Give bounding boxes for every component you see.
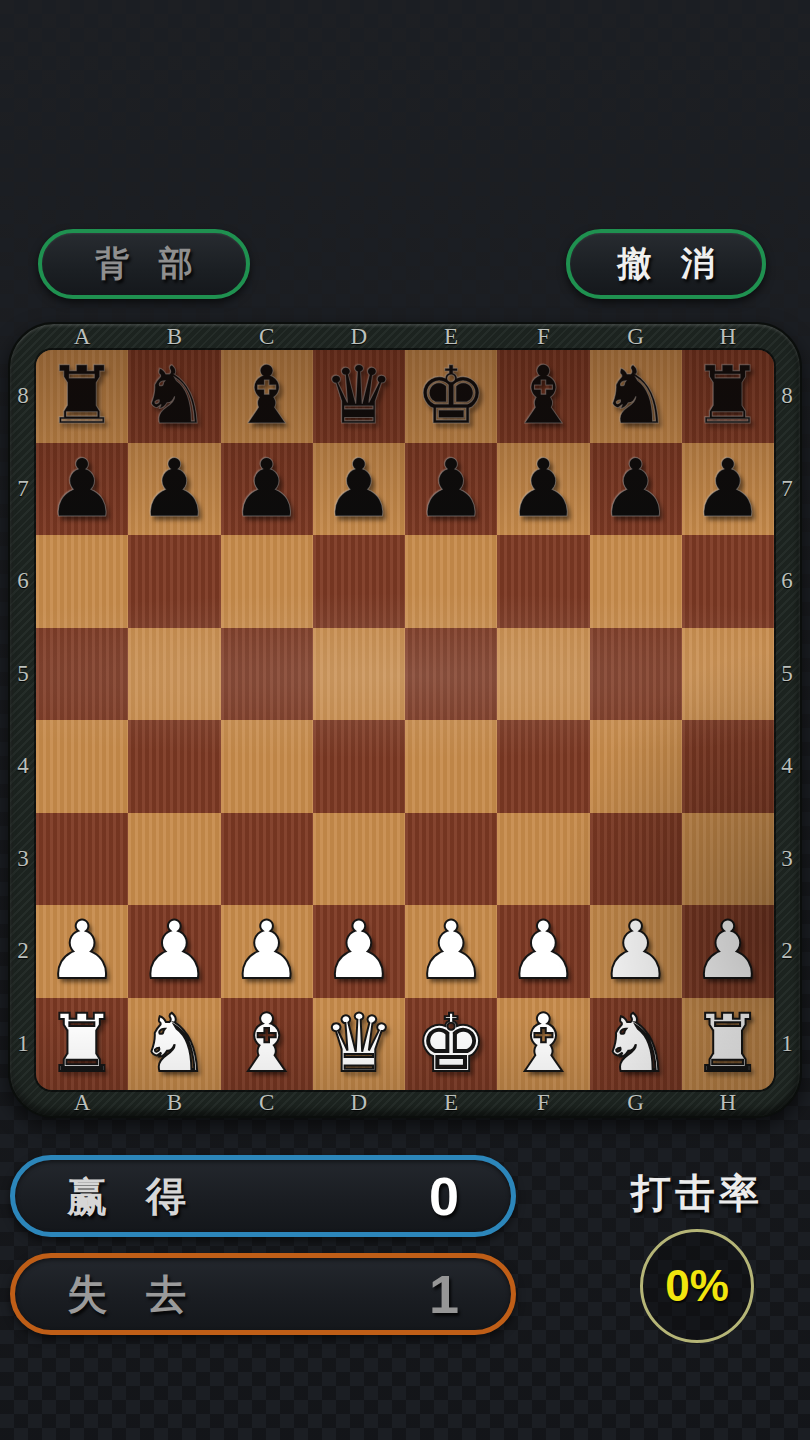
- coordinate-label: H: [682, 1090, 774, 1116]
- white-queen: ♛: [323, 1004, 395, 1084]
- square-b1[interactable]: ♞: [128, 998, 220, 1091]
- coordinate-label: B: [128, 1090, 220, 1116]
- square-b2[interactable]: ♟: [128, 905, 220, 998]
- square-d6[interactable]: [313, 535, 405, 628]
- back-button[interactable]: 背 部: [38, 229, 250, 299]
- chess-board: ♜♞♝♛♚♝♞♜♟♟♟♟♟♟♟♟♟♟♟♟♟♟♟♟♜♞♝♛♚♝♞♜: [36, 350, 774, 1090]
- square-a6[interactable]: [36, 535, 128, 628]
- chess-app-screen: 背 部 撤 消 ABCDEFGH 87654321 ♜♞♝♛♚♝♞♜♟♟♟♟♟♟…: [0, 0, 810, 1440]
- square-g4[interactable]: [590, 720, 682, 813]
- square-c3[interactable]: [221, 813, 313, 906]
- square-c2[interactable]: ♟: [221, 905, 313, 998]
- won-counter: 赢 得 0: [10, 1155, 516, 1237]
- white-bishop: ♝: [508, 1004, 580, 1084]
- square-g7[interactable]: ♟: [590, 443, 682, 536]
- white-pawn: ♟: [415, 911, 487, 991]
- lost-value: 1: [429, 1263, 459, 1325]
- square-d5[interactable]: [313, 628, 405, 721]
- square-b6[interactable]: [128, 535, 220, 628]
- black-rook: ♜: [46, 356, 118, 436]
- coordinate-label: A: [36, 324, 128, 350]
- black-queen: ♛: [323, 356, 395, 436]
- square-g5[interactable]: [590, 628, 682, 721]
- coordinate-label: 1: [10, 998, 36, 1091]
- coordinate-label: F: [497, 1090, 589, 1116]
- coordinate-label: G: [590, 1090, 682, 1116]
- coordinate-label: C: [221, 324, 313, 350]
- file-labels-bottom: ABCDEFGH: [36, 1090, 774, 1116]
- square-h3[interactable]: [682, 813, 774, 906]
- coordinate-label: 7: [10, 443, 36, 536]
- square-h2[interactable]: ♟: [682, 905, 774, 998]
- coordinate-label: 8: [10, 350, 36, 443]
- square-b5[interactable]: [128, 628, 220, 721]
- square-g2[interactable]: ♟: [590, 905, 682, 998]
- won-value: 0: [429, 1165, 459, 1227]
- black-knight: ♞: [139, 356, 211, 436]
- square-c4[interactable]: [221, 720, 313, 813]
- board-frame: ABCDEFGH 87654321 ♜♞♝♛♚♝♞♜♟♟♟♟♟♟♟♟♟♟♟♟♟♟…: [8, 322, 802, 1118]
- hit-rate-label: 打击率: [575, 1166, 810, 1221]
- coordinate-label: D: [313, 1090, 405, 1116]
- coordinate-label: 5: [10, 628, 36, 721]
- coordinate-label: 6: [10, 535, 36, 628]
- square-a5[interactable]: [36, 628, 128, 721]
- square-g1[interactable]: ♞: [590, 998, 682, 1091]
- square-h7[interactable]: ♟: [682, 443, 774, 536]
- undo-button[interactable]: 撤 消: [566, 229, 766, 299]
- black-bishop: ♝: [231, 356, 303, 436]
- coordinate-label: B: [128, 324, 220, 350]
- coordinate-label: C: [221, 1090, 313, 1116]
- black-bishop: ♝: [508, 356, 580, 436]
- won-label: 赢 得: [67, 1169, 200, 1224]
- square-f3[interactable]: [497, 813, 589, 906]
- square-h1[interactable]: ♜: [682, 998, 774, 1091]
- square-e3[interactable]: [405, 813, 497, 906]
- square-d3[interactable]: [313, 813, 405, 906]
- white-pawn: ♟: [231, 911, 303, 991]
- square-d8[interactable]: ♛: [313, 350, 405, 443]
- coordinate-label: 3: [10, 813, 36, 906]
- coordinate-label: 7: [774, 443, 800, 536]
- square-c6[interactable]: [221, 535, 313, 628]
- square-g6[interactable]: [590, 535, 682, 628]
- square-a3[interactable]: [36, 813, 128, 906]
- square-g8[interactable]: ♞: [590, 350, 682, 443]
- black-pawn: ♟: [508, 449, 580, 529]
- lost-label: 失 去: [67, 1267, 200, 1322]
- coordinate-label: E: [405, 1090, 497, 1116]
- square-f6[interactable]: [497, 535, 589, 628]
- white-pawn: ♟: [692, 911, 764, 991]
- square-h8[interactable]: ♜: [682, 350, 774, 443]
- square-f2[interactable]: ♟: [497, 905, 589, 998]
- white-rook: ♜: [46, 1004, 118, 1084]
- black-pawn: ♟: [323, 449, 395, 529]
- square-a4[interactable]: [36, 720, 128, 813]
- coordinate-label: D: [313, 324, 405, 350]
- square-c8[interactable]: ♝: [221, 350, 313, 443]
- coordinate-label: 2: [774, 905, 800, 998]
- square-c7[interactable]: ♟: [221, 443, 313, 536]
- coordinate-label: 6: [774, 535, 800, 628]
- square-h5[interactable]: [682, 628, 774, 721]
- white-pawn: ♟: [600, 911, 672, 991]
- rank-labels-right: 87654321: [774, 350, 800, 1090]
- black-pawn: ♟: [46, 449, 118, 529]
- square-c5[interactable]: [221, 628, 313, 721]
- white-bishop: ♝: [231, 1004, 303, 1084]
- coordinate-label: A: [36, 1090, 128, 1116]
- coordinate-label: 4: [10, 720, 36, 813]
- square-e1[interactable]: ♚: [405, 998, 497, 1091]
- square-g3[interactable]: [590, 813, 682, 906]
- rank-labels-left: 87654321: [10, 350, 36, 1090]
- board-area: ♜♞♝♛♚♝♞♜♟♟♟♟♟♟♟♟♟♟♟♟♟♟♟♟♜♞♝♛♚♝♞♜: [36, 350, 774, 1090]
- square-e5[interactable]: [405, 628, 497, 721]
- square-c1[interactable]: ♝: [221, 998, 313, 1091]
- square-d7[interactable]: ♟: [313, 443, 405, 536]
- coordinate-label: 1: [774, 998, 800, 1091]
- square-h6[interactable]: [682, 535, 774, 628]
- hit-rate-badge: 0%: [640, 1229, 754, 1343]
- coordinate-label: F: [497, 324, 589, 350]
- white-pawn: ♟: [323, 911, 395, 991]
- coordinate-label: H: [682, 324, 774, 350]
- square-f1[interactable]: ♝: [497, 998, 589, 1091]
- square-d2[interactable]: ♟: [313, 905, 405, 998]
- square-e8[interactable]: ♚: [405, 350, 497, 443]
- coordinate-label: 8: [774, 350, 800, 443]
- undo-button-label: 撤 消: [617, 241, 724, 287]
- square-f7[interactable]: ♟: [497, 443, 589, 536]
- black-pawn: ♟: [600, 449, 672, 529]
- black-rook: ♜: [692, 356, 764, 436]
- white-rook: ♜: [692, 1004, 764, 1084]
- hit-rate-value: 0%: [665, 1261, 729, 1311]
- black-pawn: ♟: [231, 449, 303, 529]
- white-king: ♚: [415, 1004, 487, 1084]
- square-a8[interactable]: ♜: [36, 350, 128, 443]
- coordinate-label: 5: [774, 628, 800, 721]
- lost-counter: 失 去 1: [10, 1253, 516, 1335]
- square-b4[interactable]: [128, 720, 220, 813]
- coordinate-label: E: [405, 324, 497, 350]
- white-pawn: ♟: [139, 911, 211, 991]
- black-pawn: ♟: [415, 449, 487, 529]
- black-knight: ♞: [600, 356, 672, 436]
- square-b3[interactable]: [128, 813, 220, 906]
- coordinate-label: 4: [774, 720, 800, 813]
- coordinate-label: 3: [774, 813, 800, 906]
- file-labels-top: ABCDEFGH: [36, 324, 774, 350]
- square-e6[interactable]: [405, 535, 497, 628]
- black-pawn: ♟: [139, 449, 211, 529]
- coordinate-label: 2: [10, 905, 36, 998]
- square-b8[interactable]: ♞: [128, 350, 220, 443]
- black-king: ♚: [415, 356, 487, 436]
- square-d4[interactable]: [313, 720, 405, 813]
- square-e4[interactable]: [405, 720, 497, 813]
- black-pawn: ♟: [692, 449, 764, 529]
- white-pawn: ♟: [508, 911, 580, 991]
- square-b7[interactable]: ♟: [128, 443, 220, 536]
- back-button-label: 背 部: [95, 241, 202, 287]
- coordinate-label: G: [590, 324, 682, 350]
- square-a2[interactable]: ♟: [36, 905, 128, 998]
- white-knight: ♞: [139, 1004, 211, 1084]
- square-a7[interactable]: ♟: [36, 443, 128, 536]
- square-h4[interactable]: [682, 720, 774, 813]
- square-f4[interactable]: [497, 720, 589, 813]
- white-knight: ♞: [600, 1004, 672, 1084]
- white-pawn: ♟: [46, 911, 118, 991]
- square-d1[interactable]: ♛: [313, 998, 405, 1091]
- square-f8[interactable]: ♝: [497, 350, 589, 443]
- square-a1[interactable]: ♜: [36, 998, 128, 1091]
- square-e2[interactable]: ♟: [405, 905, 497, 998]
- square-e7[interactable]: ♟: [405, 443, 497, 536]
- square-f5[interactable]: [497, 628, 589, 721]
